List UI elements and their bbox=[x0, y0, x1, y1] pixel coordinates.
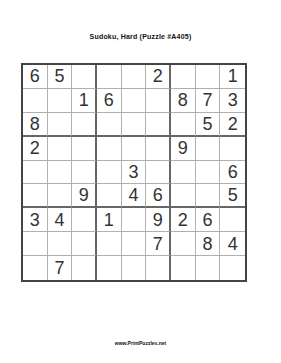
cell-r3-c6 bbox=[146, 113, 171, 137]
cell-r9-c3 bbox=[72, 256, 97, 280]
cell-r6-c1 bbox=[23, 184, 48, 208]
cell-r2-c1 bbox=[23, 89, 48, 113]
cell-r9-c1 bbox=[23, 256, 48, 280]
cell-r8-c8: 8 bbox=[196, 232, 221, 256]
cell-r6-c3: 9 bbox=[72, 184, 97, 208]
cell-r3-c9: 2 bbox=[220, 113, 245, 137]
cell-r2-c8: 7 bbox=[196, 89, 221, 113]
cell-r6-c4 bbox=[97, 184, 122, 208]
cell-r5-c9: 6 bbox=[220, 161, 245, 185]
cell-r9-c4 bbox=[97, 256, 122, 280]
cell-r8-c5 bbox=[122, 232, 147, 256]
cell-r5-c2 bbox=[48, 161, 73, 185]
cell-r4-c4 bbox=[97, 137, 122, 161]
cell-r2-c3: 1 bbox=[72, 89, 97, 113]
cell-r9-c9 bbox=[220, 256, 245, 280]
cell-r1-c6: 2 bbox=[146, 65, 171, 89]
cell-r5-c1 bbox=[23, 161, 48, 185]
cell-r9-c5 bbox=[122, 256, 147, 280]
cell-r1-c4 bbox=[97, 65, 122, 89]
cell-r7-c1: 3 bbox=[23, 208, 48, 232]
cell-r4-c5 bbox=[122, 137, 147, 161]
cell-r7-c5 bbox=[122, 208, 147, 232]
cell-r8-c9: 4 bbox=[220, 232, 245, 256]
cell-r1-c7 bbox=[171, 65, 196, 89]
cell-r1-c5 bbox=[122, 65, 147, 89]
cell-r2-c9: 3 bbox=[220, 89, 245, 113]
cell-r2-c7: 8 bbox=[171, 89, 196, 113]
cell-r6-c7 bbox=[171, 184, 196, 208]
cell-r2-c5 bbox=[122, 89, 147, 113]
cell-r7-c3 bbox=[72, 208, 97, 232]
cell-r6-c9: 5 bbox=[220, 184, 245, 208]
cell-r6-c2 bbox=[48, 184, 73, 208]
cell-r5-c5: 3 bbox=[122, 161, 147, 185]
cell-r3-c8: 5 bbox=[196, 113, 221, 137]
cell-r4-c9 bbox=[220, 137, 245, 161]
page-footer-url: www.PrintPuzzles.net bbox=[0, 340, 281, 346]
cell-r7-c2: 4 bbox=[48, 208, 73, 232]
cell-r4-c7: 9 bbox=[171, 137, 196, 161]
cell-r3-c1: 8 bbox=[23, 113, 48, 137]
cell-r3-c2 bbox=[48, 113, 73, 137]
cell-r4-c6 bbox=[146, 137, 171, 161]
cell-r9-c2: 7 bbox=[48, 256, 73, 280]
cell-r3-c5 bbox=[122, 113, 147, 137]
cell-r5-c7 bbox=[171, 161, 196, 185]
cell-r6-c8 bbox=[196, 184, 221, 208]
cell-r5-c8 bbox=[196, 161, 221, 185]
cell-r2-c2 bbox=[48, 89, 73, 113]
cell-r7-c7: 2 bbox=[171, 208, 196, 232]
cell-r9-c7 bbox=[171, 256, 196, 280]
cell-r8-c3 bbox=[72, 232, 97, 256]
cell-r7-c8: 6 bbox=[196, 208, 221, 232]
cell-r2-c6 bbox=[146, 89, 171, 113]
cell-r7-c4: 1 bbox=[97, 208, 122, 232]
page-title: Sudoku, Hard (Puzzle #A405) bbox=[0, 33, 281, 40]
cell-r8-c4 bbox=[97, 232, 122, 256]
cell-r8-c1 bbox=[23, 232, 48, 256]
cell-r6-c6: 6 bbox=[146, 184, 171, 208]
cell-r9-c6 bbox=[146, 256, 171, 280]
cell-r1-c8 bbox=[196, 65, 221, 89]
cell-r1-c1: 6 bbox=[23, 65, 48, 89]
cell-r8-c2 bbox=[48, 232, 73, 256]
cell-r3-c4 bbox=[97, 113, 122, 137]
cell-r7-c6: 9 bbox=[146, 208, 171, 232]
cell-r5-c4 bbox=[97, 161, 122, 185]
cell-r5-c6 bbox=[146, 161, 171, 185]
sudoku-board: 652116873852293694653419267847 bbox=[21, 63, 247, 282]
cell-r4-c1: 2 bbox=[23, 137, 48, 161]
cell-r1-c2: 5 bbox=[48, 65, 73, 89]
cell-r9-c8 bbox=[196, 256, 221, 280]
cell-r6-c5: 4 bbox=[122, 184, 147, 208]
cell-r2-c4: 6 bbox=[97, 89, 122, 113]
cell-r3-c3 bbox=[72, 113, 97, 137]
cell-r8-c6: 7 bbox=[146, 232, 171, 256]
cell-r3-c7 bbox=[171, 113, 196, 137]
cell-r7-c9 bbox=[220, 208, 245, 232]
cell-r1-c9: 1 bbox=[220, 65, 245, 89]
cell-r4-c8 bbox=[196, 137, 221, 161]
cell-r8-c7 bbox=[171, 232, 196, 256]
cell-r4-c3 bbox=[72, 137, 97, 161]
cell-r5-c3 bbox=[72, 161, 97, 185]
printable-sudoku-page: Sudoku, Hard (Puzzle #A405) 652116873852… bbox=[0, 0, 281, 363]
cell-r1-c3 bbox=[72, 65, 97, 89]
cell-r4-c2 bbox=[48, 137, 73, 161]
